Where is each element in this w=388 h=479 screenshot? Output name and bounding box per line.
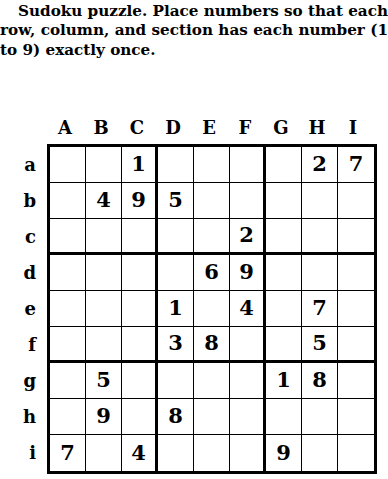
cell-gD[interactable] <box>158 363 194 399</box>
cell-dG[interactable] <box>266 255 302 291</box>
cell-cA[interactable] <box>50 219 86 255</box>
cell-iA[interactable]: 7 <box>50 435 86 471</box>
board-body: abcdefghi 12749526914738551898749 <box>0 144 388 474</box>
col-label-F: F <box>227 112 263 144</box>
cell-aH[interactable]: 2 <box>302 147 338 183</box>
grid-cells: 12749526914738551898749 <box>47 144 377 474</box>
cell-fI[interactable] <box>338 327 374 363</box>
cell-cG[interactable] <box>266 219 302 255</box>
cell-aD[interactable] <box>158 147 194 183</box>
cell-hD[interactable]: 8 <box>158 399 194 435</box>
cell-eI[interactable] <box>338 291 374 327</box>
cell-iF[interactable] <box>230 435 266 471</box>
cell-eE[interactable] <box>194 291 230 327</box>
col-label-C: C <box>119 112 155 144</box>
cell-gI[interactable] <box>338 363 374 399</box>
cell-fF[interactable] <box>230 327 266 363</box>
cell-aG[interactable] <box>266 147 302 183</box>
row-label-i: i <box>0 435 47 471</box>
cell-fA[interactable] <box>50 327 86 363</box>
cell-fB[interactable] <box>86 327 122 363</box>
cell-iG[interactable]: 9 <box>266 435 302 471</box>
row-labels: abcdefghi <box>0 144 47 474</box>
cell-gE[interactable] <box>194 363 230 399</box>
cell-iH[interactable] <box>302 435 338 471</box>
row-label-e: e <box>0 291 47 327</box>
cell-cC[interactable] <box>122 219 158 255</box>
cell-aC[interactable]: 1 <box>122 147 158 183</box>
cell-fE[interactable]: 8 <box>194 327 230 363</box>
row-label-b: b <box>0 183 47 219</box>
cell-bG[interactable] <box>266 183 302 219</box>
cell-hI[interactable] <box>338 399 374 435</box>
cell-dB[interactable] <box>86 255 122 291</box>
cell-eA[interactable] <box>50 291 86 327</box>
cell-aB[interactable] <box>86 147 122 183</box>
cell-cB[interactable] <box>86 219 122 255</box>
col-label-I: I <box>335 112 371 144</box>
cell-aA[interactable] <box>50 147 86 183</box>
cell-dC[interactable] <box>122 255 158 291</box>
cell-cI[interactable] <box>338 219 374 255</box>
cell-bC[interactable]: 9 <box>122 183 158 219</box>
cell-bD[interactable]: 5 <box>158 183 194 219</box>
cell-gG[interactable]: 1 <box>266 363 302 399</box>
cell-dA[interactable] <box>50 255 86 291</box>
cell-gB[interactable]: 5 <box>86 363 122 399</box>
cell-fG[interactable] <box>266 327 302 363</box>
row-label-c: c <box>0 219 47 255</box>
cell-cE[interactable] <box>194 219 230 255</box>
cell-eF[interactable]: 4 <box>230 291 266 327</box>
cell-bH[interactable] <box>302 183 338 219</box>
col-label-H: H <box>299 112 335 144</box>
col-label-D: D <box>155 112 191 144</box>
col-label-G: G <box>263 112 299 144</box>
cell-iI[interactable] <box>338 435 374 471</box>
corner-spacer <box>0 112 47 144</box>
cell-eG[interactable] <box>266 291 302 327</box>
cell-hE[interactable] <box>194 399 230 435</box>
row-label-d: d <box>0 255 47 291</box>
cell-dE[interactable]: 6 <box>194 255 230 291</box>
cell-fH[interactable]: 5 <box>302 327 338 363</box>
sudoku-board: ABCDEFGHI abcdefghi 12749526914738551898… <box>0 112 388 474</box>
cell-bI[interactable] <box>338 183 374 219</box>
cell-aI[interactable]: 7 <box>338 147 374 183</box>
cell-eC[interactable] <box>122 291 158 327</box>
cell-gA[interactable] <box>50 363 86 399</box>
cell-gC[interactable] <box>122 363 158 399</box>
cell-dI[interactable] <box>338 255 374 291</box>
cell-hC[interactable] <box>122 399 158 435</box>
row-label-g: g <box>0 363 47 399</box>
cell-iC[interactable]: 4 <box>122 435 158 471</box>
row-label-a: a <box>0 147 47 183</box>
row-label-f: f <box>0 327 47 363</box>
cell-hG[interactable] <box>266 399 302 435</box>
col-label-E: E <box>191 112 227 144</box>
cell-hB[interactable]: 9 <box>86 399 122 435</box>
cell-fD[interactable]: 3 <box>158 327 194 363</box>
cell-hH[interactable] <box>302 399 338 435</box>
cell-gH[interactable]: 8 <box>302 363 338 399</box>
cell-iB[interactable] <box>86 435 122 471</box>
cell-fC[interactable] <box>122 327 158 363</box>
cell-iD[interactable] <box>158 435 194 471</box>
cell-dH[interactable] <box>302 255 338 291</box>
column-labels: ABCDEFGHI <box>0 112 388 144</box>
cell-eH[interactable]: 7 <box>302 291 338 327</box>
cell-bE[interactable] <box>194 183 230 219</box>
cell-gF[interactable] <box>230 363 266 399</box>
cell-cH[interactable] <box>302 219 338 255</box>
col-label-B: B <box>83 112 119 144</box>
cell-hF[interactable] <box>230 399 266 435</box>
cell-bB[interactable]: 4 <box>86 183 122 219</box>
cell-bF[interactable] <box>230 183 266 219</box>
col-label-A: A <box>47 112 83 144</box>
cell-hA[interactable] <box>50 399 86 435</box>
cell-bA[interactable] <box>50 183 86 219</box>
cell-cF[interactable]: 2 <box>230 219 266 255</box>
cell-eB[interactable] <box>86 291 122 327</box>
puzzle-instructions: Sudoku puzzle. Place numbers so that eac… <box>0 0 388 60</box>
row-label-h: h <box>0 399 47 435</box>
cell-iE[interactable] <box>194 435 230 471</box>
cell-aE[interactable] <box>194 147 230 183</box>
cell-eD[interactable]: 1 <box>158 291 194 327</box>
cell-aF[interactable] <box>230 147 266 183</box>
cell-dF[interactable]: 9 <box>230 255 266 291</box>
cell-dD[interactable] <box>158 255 194 291</box>
cell-cD[interactable] <box>158 219 194 255</box>
